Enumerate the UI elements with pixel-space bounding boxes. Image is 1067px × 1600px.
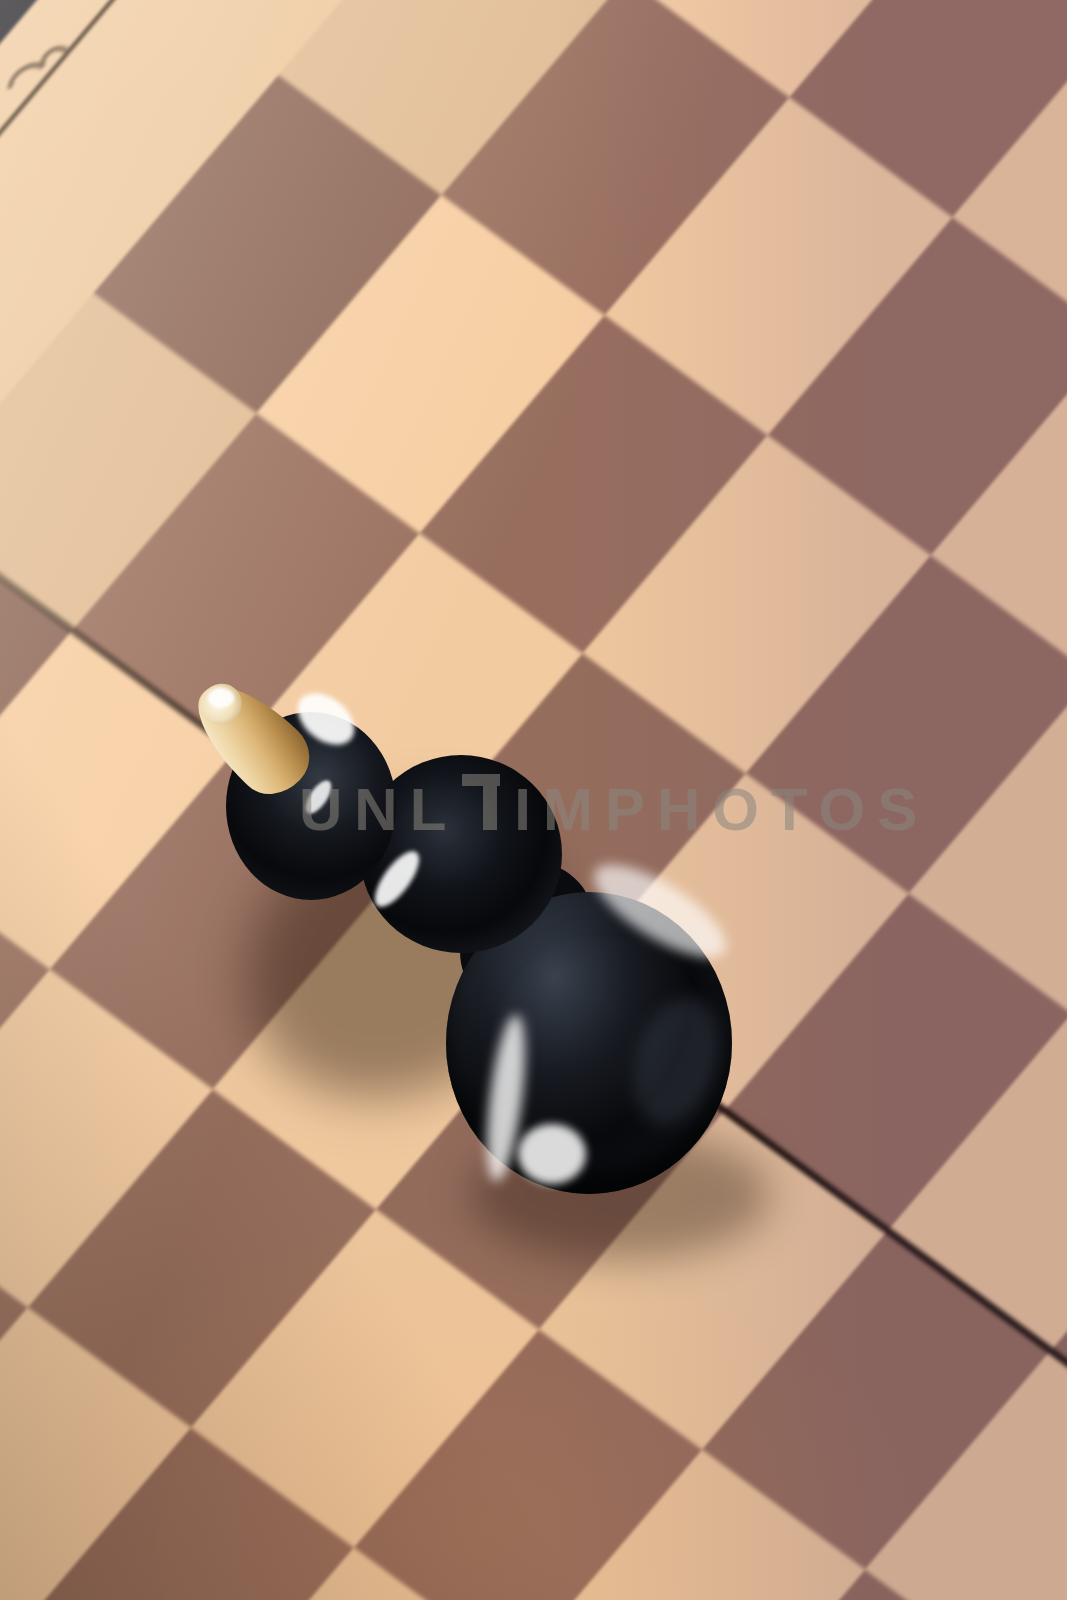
watermark-text-suffix: IMPHOTOS <box>514 780 929 840</box>
scene: UNL IMPHOTOS <box>0 0 1067 1600</box>
watermark-text-prefix: UNL <box>299 780 458 840</box>
unlimphotos-logo-one-icon <box>462 774 500 830</box>
piece-base-shadow <box>470 1130 770 1260</box>
watermark: UNL IMPHOTOS <box>299 780 929 840</box>
